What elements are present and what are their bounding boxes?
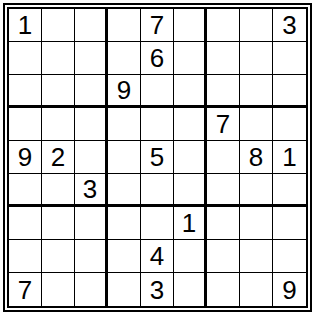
cell-r6c5-empty[interactable] (141, 174, 174, 207)
cell-r7c4-empty[interactable] (108, 207, 141, 240)
cell-r1c2-empty[interactable] (42, 9, 75, 42)
cell-r2c1-empty[interactable] (9, 42, 42, 75)
sudoku-board: 17369792581314739 (3, 3, 312, 312)
cell-r6c6-empty[interactable] (174, 174, 207, 207)
cell-r8c5-given[interactable]: 4 (141, 240, 174, 273)
cell-r3c9-empty[interactable] (273, 75, 306, 108)
cell-r5c5-given[interactable]: 5 (141, 141, 174, 174)
cell-r1c1-given[interactable]: 1 (9, 9, 42, 42)
cell-r8c8-empty[interactable] (240, 240, 273, 273)
cell-r7c9-empty[interactable] (273, 207, 306, 240)
cell-r6c3-given[interactable]: 3 (75, 174, 108, 207)
cell-r5c4-empty[interactable] (108, 141, 141, 174)
cell-r3c4-given[interactable]: 9 (108, 75, 141, 108)
cell-r7c3-empty[interactable] (75, 207, 108, 240)
cell-r1c5-given[interactable]: 7 (141, 9, 174, 42)
cell-r7c5-empty[interactable] (141, 207, 174, 240)
cell-r9c5-given[interactable]: 3 (141, 273, 174, 306)
cell-r1c6-empty[interactable] (174, 9, 207, 42)
cell-r2c9-empty[interactable] (273, 42, 306, 75)
cell-r5c8-given[interactable]: 8 (240, 141, 273, 174)
cell-r8c3-empty[interactable] (75, 240, 108, 273)
cell-r1c9-given[interactable]: 3 (273, 9, 306, 42)
cell-r2c5-given[interactable]: 6 (141, 42, 174, 75)
cell-r1c4-empty[interactable] (108, 9, 141, 42)
cell-r9c8-empty[interactable] (240, 273, 273, 306)
cell-r1c8-empty[interactable] (240, 9, 273, 42)
cell-r9c4-empty[interactable] (108, 273, 141, 306)
cell-r5c9-given[interactable]: 1 (273, 141, 306, 174)
cell-r9c6-empty[interactable] (174, 273, 207, 306)
cell-r4c8-empty[interactable] (240, 108, 273, 141)
cell-r2c3-empty[interactable] (75, 42, 108, 75)
cell-r4c5-empty[interactable] (141, 108, 174, 141)
cell-r9c7-empty[interactable] (207, 273, 240, 306)
cell-r2c2-empty[interactable] (42, 42, 75, 75)
cell-r3c3-empty[interactable] (75, 75, 108, 108)
cell-r1c7-empty[interactable] (207, 9, 240, 42)
cell-r8c7-empty[interactable] (207, 240, 240, 273)
cell-r4c6-empty[interactable] (174, 108, 207, 141)
cell-r2c8-empty[interactable] (240, 42, 273, 75)
cell-r6c9-empty[interactable] (273, 174, 306, 207)
cell-r8c4-empty[interactable] (108, 240, 141, 273)
cell-r6c8-empty[interactable] (240, 174, 273, 207)
cell-r3c5-empty[interactable] (141, 75, 174, 108)
sudoku-grid: 17369792581314739 (7, 7, 308, 308)
cell-r6c7-empty[interactable] (207, 174, 240, 207)
cell-r3c6-empty[interactable] (174, 75, 207, 108)
cell-r3c1-empty[interactable] (9, 75, 42, 108)
cell-r4c3-empty[interactable] (75, 108, 108, 141)
cell-r6c2-empty[interactable] (42, 174, 75, 207)
cell-r5c6-empty[interactable] (174, 141, 207, 174)
cell-r4c4-empty[interactable] (108, 108, 141, 141)
cell-r7c7-empty[interactable] (207, 207, 240, 240)
cell-r4c7-given[interactable]: 7 (207, 108, 240, 141)
cell-r1c3-empty[interactable] (75, 9, 108, 42)
cell-r4c9-empty[interactable] (273, 108, 306, 141)
cell-r2c6-empty[interactable] (174, 42, 207, 75)
cell-r2c7-empty[interactable] (207, 42, 240, 75)
cell-r9c3-empty[interactable] (75, 273, 108, 306)
cell-r2c4-empty[interactable] (108, 42, 141, 75)
cell-r7c6-given[interactable]: 1 (174, 207, 207, 240)
cell-r4c2-empty[interactable] (42, 108, 75, 141)
cell-r3c7-empty[interactable] (207, 75, 240, 108)
cell-r9c2-empty[interactable] (42, 273, 75, 306)
cell-r5c2-given[interactable]: 2 (42, 141, 75, 174)
cell-r5c3-empty[interactable] (75, 141, 108, 174)
cell-r9c1-given[interactable]: 7 (9, 273, 42, 306)
cell-r5c1-given[interactable]: 9 (9, 141, 42, 174)
cell-r7c2-empty[interactable] (42, 207, 75, 240)
cell-r8c6-empty[interactable] (174, 240, 207, 273)
cell-r7c1-empty[interactable] (9, 207, 42, 240)
cell-r7c8-empty[interactable] (240, 207, 273, 240)
cell-r8c9-empty[interactable] (273, 240, 306, 273)
cell-r9c9-given[interactable]: 9 (273, 273, 306, 306)
cell-r6c1-empty[interactable] (9, 174, 42, 207)
cell-r8c1-empty[interactable] (9, 240, 42, 273)
cell-r3c2-empty[interactable] (42, 75, 75, 108)
cell-r8c2-empty[interactable] (42, 240, 75, 273)
cell-r3c8-empty[interactable] (240, 75, 273, 108)
cell-r6c4-empty[interactable] (108, 174, 141, 207)
cell-r4c1-empty[interactable] (9, 108, 42, 141)
cell-r5c7-empty[interactable] (207, 141, 240, 174)
